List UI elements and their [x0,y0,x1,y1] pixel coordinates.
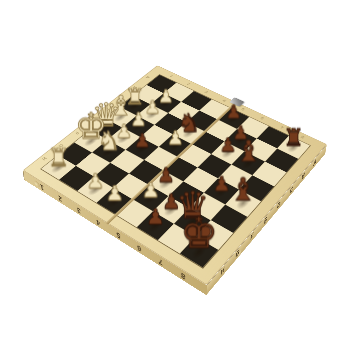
dark-pawn[interactable]: ♟ [219,136,236,155]
light-pawn[interactable]: ♟ [86,172,104,192]
chess-board: ABCDEFGH 12345678 ♜♚♛♝♜♞♟♟♟♟♟♟♟♟♞♟♟♟♟♟♟♟… [23,65,327,285]
dark-king[interactable]: ♚ [180,212,218,254]
board-surface: ♜♚♛♝♜♞♟♟♟♟♟♟♟♟♞♟♟♟♟♟♟♟♛♟♝♚♝♜ [41,75,309,268]
light-rook[interactable]: ♜ [48,145,70,169]
dark-pawn[interactable]: ♟ [213,174,231,194]
dark-bishop[interactable]: ♝ [235,136,261,165]
light-knight[interactable]: ♞ [97,127,120,153]
light-pawn[interactable]: ♟ [130,110,146,128]
light-pawn[interactable]: ♟ [167,129,184,148]
light-pawn[interactable]: ♟ [106,183,124,204]
dark-pawn[interactable]: ♟ [146,207,165,228]
light-pawn[interactable]: ♟ [142,180,160,200]
light-pawn[interactable]: ♟ [144,99,160,117]
scene: ABCDEFGH 12345678 ♜♚♛♝♜♞♟♟♟♟♟♟♟♟♞♟♟♟♟♟♟♟… [0,0,350,350]
dark-pawn[interactable]: ♟ [134,132,151,151]
product-photo: ABCDEFGH 12345678 ♜♚♛♝♜♞♟♟♟♟♟♟♟♟♞♟♟♟♟♟♟♟… [0,0,350,350]
dark-bishop[interactable]: ♝ [229,175,257,206]
